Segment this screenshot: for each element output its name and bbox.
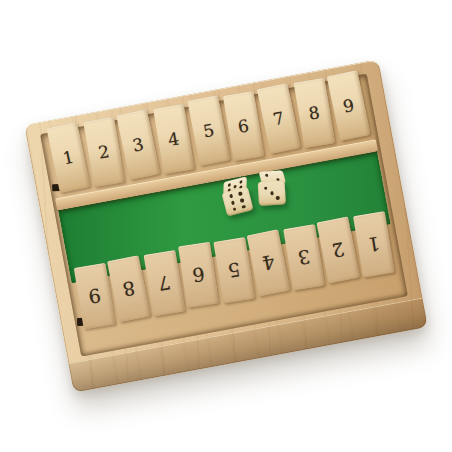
tile-number: 7: [157, 271, 172, 295]
pip: [234, 184, 237, 188]
tile-number: 9: [341, 95, 356, 117]
die-2[interactable]: [257, 170, 286, 208]
tile-number: 5: [201, 120, 215, 142]
pip: [232, 207, 236, 211]
pip: [270, 191, 274, 195]
tile-far-1[interactable]: 1: [46, 122, 90, 193]
pip: [229, 194, 233, 198]
tile-number: 5: [226, 258, 241, 282]
tile-number: 3: [296, 246, 311, 270]
pip: [276, 196, 280, 200]
box-interior: 1 2 3 4 5 6 7 8 9 9 8 7 6 5 4 3 2 1: [40, 74, 408, 357]
tile-number: 6: [191, 263, 206, 287]
pip: [231, 201, 235, 205]
tile-number: 4: [261, 251, 277, 275]
tile-number: 4: [167, 128, 181, 150]
tile-near-6[interactable]: 6: [178, 242, 219, 308]
product-photo-shut-the-box: 1 2 3 4 5 6 7 8 9 9 8 7 6 5 4 3 2 1: [0, 0, 452, 452]
tile-far-7[interactable]: 7: [257, 83, 301, 154]
shut-the-box-board: 1 2 3 4 5 6 7 8 9 9 8 7 6 5 4 3 2 1: [24, 59, 428, 392]
tile-number: 8: [307, 102, 321, 124]
tile-far-9[interactable]: 9: [327, 70, 371, 141]
tile-number: 2: [330, 238, 346, 262]
tile-far-3[interactable]: 3: [117, 109, 161, 180]
pip: [265, 174, 269, 177]
tile-far-5[interactable]: 5: [187, 95, 230, 166]
tile-far-4[interactable]: 4: [153, 104, 194, 174]
tile-number: 6: [237, 115, 251, 137]
pip: [240, 198, 244, 202]
pip: [228, 182, 231, 186]
tile-number: 9: [87, 284, 102, 308]
die-2-front-face: [258, 180, 286, 206]
tile-number: 1: [61, 147, 76, 169]
tile-number: 2: [96, 141, 110, 163]
pip: [238, 192, 242, 196]
pip: [264, 186, 268, 190]
pip: [242, 205, 246, 209]
tile-number: 1: [366, 233, 381, 257]
tile-far-6[interactable]: 6: [223, 91, 264, 161]
tile-number: 8: [121, 277, 137, 301]
tile-number: 3: [131, 134, 146, 156]
tile-number: 7: [271, 108, 286, 130]
die-1-front-face: [221, 186, 253, 216]
pip: [239, 180, 242, 184]
